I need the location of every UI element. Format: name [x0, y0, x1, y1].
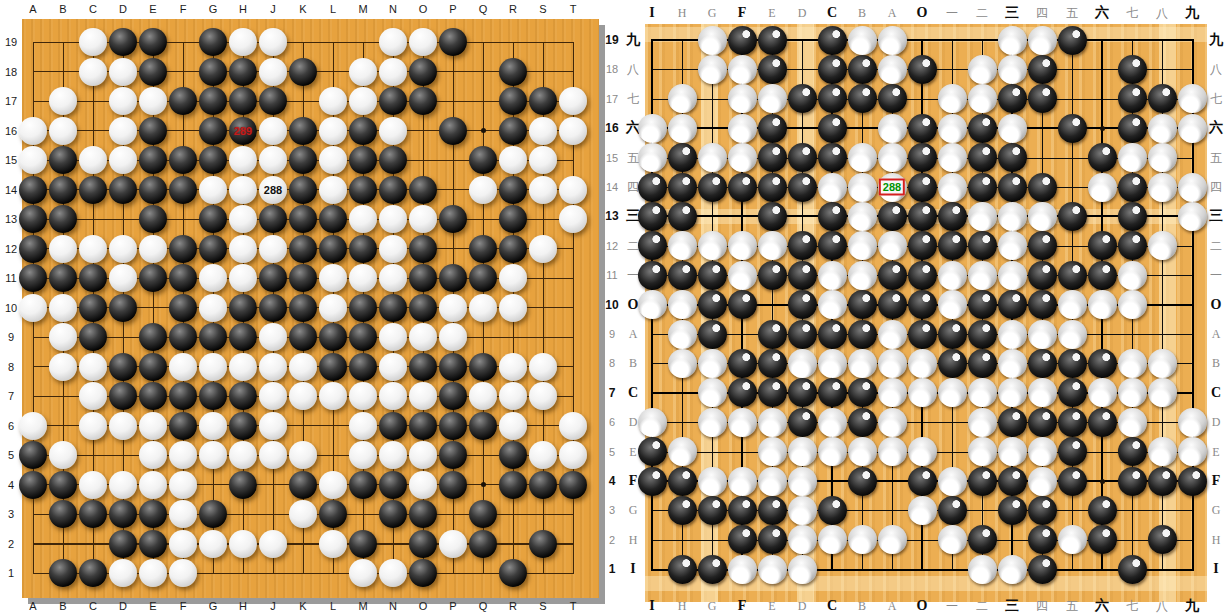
left-board-top-coordinate: A — [29, 4, 36, 15]
right-board-top-coordinate: 七 — [1126, 7, 1138, 19]
right-board-white-stone — [1028, 467, 1057, 496]
left-board-black-stone — [289, 323, 317, 351]
left-board-white-stone — [169, 530, 197, 558]
right-board-black-stone — [638, 467, 667, 496]
right-board-white-stone — [698, 26, 727, 55]
right-board-bottom-coordinate: B — [858, 600, 866, 612]
right-board-black-stone — [968, 173, 997, 202]
right-board-white-stone — [1088, 290, 1117, 319]
left-board-row-coordinate: 1 — [8, 568, 14, 579]
left-board-white-stone — [319, 264, 347, 292]
left-board-black-stone — [319, 205, 347, 233]
left-board-white-stone — [379, 353, 407, 381]
left-board-black-stone — [349, 323, 377, 351]
right-board-right-cjk-coordinate: 八 — [1210, 63, 1222, 75]
left-board-black-stone — [139, 264, 167, 292]
right-board-black-stone — [818, 26, 847, 55]
right-board-black-stone — [1088, 261, 1117, 290]
left-board-black-stone — [499, 559, 527, 587]
left-board-white-stone — [529, 235, 557, 263]
right-board-white-stone — [1058, 290, 1087, 319]
left-board-row-coordinate: 17 — [5, 96, 17, 107]
right-board-white-stone — [1118, 349, 1147, 378]
right-board-left-cjk-coordinate: 七 — [627, 93, 639, 105]
left-board-black-stone — [199, 117, 227, 145]
right-board-white-stone — [968, 84, 997, 113]
left-board-white-stone — [379, 559, 407, 587]
left-board-black-stone — [559, 471, 587, 499]
right-board-black-stone — [668, 496, 697, 525]
left-board-black-stone — [229, 382, 257, 410]
left-board-white-stone — [289, 441, 317, 469]
right-board-left-number: 9 — [609, 329, 615, 340]
left-board-white-stone — [229, 353, 257, 381]
right-board-black-stone — [818, 231, 847, 260]
right-board-white-stone — [1118, 408, 1147, 437]
right-board-white-stone — [998, 261, 1027, 290]
right-board-black-stone — [758, 378, 787, 407]
left-board-black-stone — [169, 412, 197, 440]
right-board-white-stone — [938, 525, 967, 554]
left-board-black-stone — [439, 353, 467, 381]
right-board-top-coordinate: D — [798, 7, 807, 19]
left-board-white-stone — [49, 235, 77, 263]
right-board-white-stone — [668, 231, 697, 260]
right-board-black-stone — [1028, 349, 1057, 378]
left-board-white-stone — [229, 441, 257, 469]
left-board-white-stone — [439, 294, 467, 322]
left-board-bottom-coordinate: J — [270, 601, 276, 612]
right-board-black-stone — [908, 114, 937, 143]
right-board-black-stone — [788, 173, 817, 202]
right-board-black-stone — [908, 143, 937, 172]
left-board-white-stone — [139, 471, 167, 499]
left-board-white-stone — [319, 87, 347, 115]
left-board-bottom-coordinate: S — [539, 601, 546, 612]
left-board-black-stone — [469, 353, 497, 381]
right-board-bottom-coordinate: H — [678, 600, 687, 612]
right-board-black-stone — [1118, 437, 1147, 466]
left-board-black-stone — [139, 146, 167, 174]
right-board-left-number: 14 — [606, 182, 618, 193]
right-board-white-stone — [1088, 378, 1117, 407]
right-board-left-number: 6 — [609, 417, 615, 428]
left-board-black-stone — [499, 176, 527, 204]
right-board-black-stone — [1058, 261, 1087, 290]
right-board-left-cjk-coordinate: O — [628, 298, 639, 312]
left-board-white-stone — [259, 235, 287, 263]
right-board-white-stone — [668, 114, 697, 143]
right-board-white-stone — [1118, 143, 1147, 172]
left-board-black-stone — [289, 205, 317, 233]
left-board-black-stone — [439, 412, 467, 440]
right-board-right-cjk-coordinate: C — [1211, 386, 1221, 400]
right-board-black-stone — [908, 320, 937, 349]
right-board-black-stone — [1118, 467, 1147, 496]
right-board-white-stone — [1178, 84, 1207, 113]
left-board-black-stone — [319, 235, 347, 263]
left-board-black-stone — [229, 294, 257, 322]
left-board-black-stone — [199, 382, 227, 410]
left-board-black-stone — [469, 500, 497, 528]
right-board-right-cjk-coordinate: 五 — [1210, 152, 1222, 164]
left-board-black-stone — [169, 382, 197, 410]
right-board-white-stone — [1118, 261, 1147, 290]
left-board-black-stone — [229, 412, 257, 440]
left-board-white-stone — [49, 353, 77, 381]
left-board-bottom-coordinate: P — [449, 601, 456, 612]
left-board-top-coordinate: E — [149, 4, 156, 15]
left-board-black-stone — [379, 412, 407, 440]
right-board-left-number: 10 — [605, 299, 618, 311]
left-board-white-stone — [139, 559, 167, 587]
left-board-black-stone — [139, 382, 167, 410]
right-board-bottom-coordinate: D — [798, 600, 807, 612]
right-board-black-stone — [1028, 525, 1057, 554]
right-board-white-stone — [758, 231, 787, 260]
right-board-black-stone — [788, 261, 817, 290]
right-board-white-stone — [938, 290, 967, 319]
left-board-white-stone — [439, 323, 467, 351]
right-board-bottom-coordinate: 一 — [946, 600, 958, 612]
left-board-black-stone — [349, 176, 377, 204]
left-board-bottom-coordinate: A — [29, 601, 36, 612]
left-board-white-stone — [349, 412, 377, 440]
right-board-black-stone — [1058, 26, 1087, 55]
right-board-top-coordinate: E — [768, 7, 775, 19]
right-board-black-stone — [698, 173, 727, 202]
left-board-white-stone — [229, 530, 257, 558]
right-board-bottom-coordinate: 九 — [1185, 599, 1199, 613]
left-board-black-stone — [349, 235, 377, 263]
left-board-bottom-coordinate: B — [59, 601, 66, 612]
right-board-black-stone — [818, 202, 847, 231]
right-board-left-number: 8 — [609, 358, 615, 369]
right-board-black-stone — [848, 408, 877, 437]
left-board-black-stone — [259, 205, 287, 233]
right-board-black-stone — [818, 496, 847, 525]
right-board-black-stone — [1028, 261, 1057, 290]
right-board-black-stone — [638, 173, 667, 202]
left-board-black-stone — [409, 353, 437, 381]
right-board-black-stone — [878, 202, 907, 231]
right-board-white-stone — [848, 202, 877, 231]
left-board-bottom-coordinate: R — [509, 601, 517, 612]
left-board-white-stone — [559, 412, 587, 440]
left-board-white-stone — [499, 146, 527, 174]
left-board-top-coordinate: H — [239, 4, 247, 15]
left-board-white-stone — [379, 235, 407, 263]
left-board-row-coordinate: 4 — [8, 479, 14, 490]
right-board-left-cjk-coordinate: E — [629, 446, 636, 458]
right-board-black-stone — [758, 55, 787, 84]
left-board-top-coordinate: R — [509, 4, 517, 15]
screenshot-stage: AABBCCDDEEFFGGHHJJKKLLMMNNOOPPQQRRSSTT19… — [0, 0, 1224, 615]
left-board-white-stone — [109, 146, 137, 174]
right-board-white-stone — [788, 525, 817, 554]
right-board-black-stone — [788, 290, 817, 319]
left-board-black-stone — [49, 264, 77, 292]
left-board-black-stone — [409, 530, 437, 558]
right-board-left-cjk-coordinate: B — [629, 357, 637, 369]
left-board-white-stone — [79, 28, 107, 56]
left-board-row-coordinate: 13 — [5, 214, 17, 225]
right-board-white-stone — [728, 143, 757, 172]
left-board-black-stone — [469, 146, 497, 174]
left-board-black-stone — [349, 294, 377, 322]
left-board-white-stone — [499, 412, 527, 440]
right-board-black-stone — [1028, 173, 1057, 202]
left-board-white-stone — [19, 146, 47, 174]
right-board-black-stone — [1118, 202, 1147, 231]
right-board-white-stone — [728, 555, 757, 584]
right-board-black-stone — [728, 349, 757, 378]
right-board-white-stone — [1058, 320, 1087, 349]
left-board-black-stone — [439, 264, 467, 292]
right-board-black-stone — [1058, 202, 1087, 231]
right-board-left-number: 5 — [609, 446, 615, 457]
left-board-white-stone — [319, 530, 347, 558]
right-board-white-stone — [728, 114, 757, 143]
left-board-black-stone — [49, 205, 77, 233]
left-board-black-stone — [379, 146, 407, 174]
left-board-white-stone — [559, 87, 587, 115]
left-board-row-coordinate: 2 — [8, 538, 14, 549]
right-board-white-stone — [728, 408, 757, 437]
left-board-black-stone — [229, 58, 257, 86]
left-board-top-coordinate: O — [419, 4, 428, 15]
left-board-white-stone — [559, 117, 587, 145]
left-board-hoshi-point — [481, 482, 486, 487]
right-board-right-cjk-coordinate: F — [1212, 474, 1221, 488]
left-board-row-coordinate: 11 — [5, 273, 16, 284]
left-board-white-stone — [199, 264, 227, 292]
right-board-black-stone — [968, 349, 997, 378]
left-board-black-stone — [139, 500, 167, 528]
left-board-white-stone — [259, 530, 287, 558]
right-board-top-coordinate: O — [917, 6, 928, 20]
left-board-bottom-coordinate: K — [299, 601, 306, 612]
left-board-black-stone — [199, 28, 227, 56]
right-board-left-cjk-coordinate: F — [629, 474, 638, 488]
right-board-right-cjk-coordinate: O — [1211, 298, 1222, 312]
right-board-black-stone — [908, 261, 937, 290]
left-board-white-stone — [319, 146, 347, 174]
left-board-row-coordinate: 3 — [8, 509, 14, 520]
left-board-black-stone — [109, 294, 137, 322]
left-board-top-coordinate: K — [299, 4, 306, 15]
left-board-move-number-288: 288 — [264, 184, 282, 195]
left-board-black-stone — [499, 471, 527, 499]
right-board-black-stone — [1088, 408, 1117, 437]
left-board-white-stone — [349, 441, 377, 469]
right-board-black-stone — [1088, 496, 1117, 525]
left-board-white-stone — [259, 117, 287, 145]
left-board-black-stone — [79, 500, 107, 528]
right-board-black-stone — [668, 467, 697, 496]
left-board-black-stone — [379, 471, 407, 499]
right-board-black-stone — [1028, 408, 1057, 437]
right-board-left-number: 1 — [609, 563, 616, 575]
right-board-white-stone — [728, 231, 757, 260]
right-board-black-stone — [1148, 467, 1177, 496]
right-board-black-stone — [998, 143, 1027, 172]
left-board-white-stone — [199, 412, 227, 440]
right-board-black-stone — [728, 378, 757, 407]
right-board-white-stone — [848, 525, 877, 554]
left-board-black-stone — [259, 264, 287, 292]
right-board-white-stone — [788, 555, 817, 584]
right-board-white-stone — [1148, 173, 1177, 202]
right-board-bottom-coordinate: A — [888, 600, 897, 612]
right-board-white-stone — [968, 408, 997, 437]
right-board-black-stone — [1088, 525, 1117, 554]
left-board-black-stone — [109, 176, 137, 204]
right-board-white-stone — [758, 84, 787, 113]
left-board-black-stone — [319, 500, 347, 528]
left-board-black-stone — [139, 353, 167, 381]
right-board-black-stone — [758, 114, 787, 143]
right-board-white-stone — [938, 467, 967, 496]
right-board-white-stone — [938, 143, 967, 172]
right-board-bottom-coordinate: F — [738, 599, 747, 613]
right-board-white-stone — [968, 437, 997, 466]
right-board-white-stone — [1028, 202, 1057, 231]
left-board-white-stone — [409, 471, 437, 499]
right-board-black-stone — [908, 231, 937, 260]
right-board-white-stone — [908, 496, 937, 525]
right-board-last-move-marker: 288 — [879, 179, 905, 196]
right-board-black-stone — [848, 467, 877, 496]
right-board-black-stone — [998, 290, 1027, 319]
right-board-white-stone — [818, 525, 847, 554]
left-board-white-stone — [529, 353, 557, 381]
left-board-white-stone — [469, 382, 497, 410]
right-board-black-stone — [818, 378, 847, 407]
left-board-white-stone — [259, 441, 287, 469]
right-board-black-stone — [1118, 555, 1147, 584]
left-board-black-stone — [439, 441, 467, 469]
right-board-black-stone — [1118, 114, 1147, 143]
right-board-black-stone — [848, 290, 877, 319]
right-board-left-number: 11 — [606, 270, 617, 281]
right-board-black-stone — [1028, 290, 1057, 319]
right-board-black-stone — [998, 467, 1027, 496]
left-board-black-stone — [379, 87, 407, 115]
right-board-left-cjk-coordinate: A — [629, 328, 638, 340]
left-board-white-stone — [559, 205, 587, 233]
left-board-black-stone — [229, 323, 257, 351]
left-board-white-stone — [139, 87, 167, 115]
left-board-white-stone — [79, 353, 107, 381]
right-board-top-coordinate: G — [708, 7, 717, 19]
left-board-white-stone — [79, 382, 107, 410]
left-board-white-stone — [169, 353, 197, 381]
left-board-black-stone — [349, 353, 377, 381]
left-board-black-stone — [79, 559, 107, 587]
right-board-black-stone — [668, 261, 697, 290]
right-board-black-stone — [668, 143, 697, 172]
right-board-right-cjk-coordinate: 九 — [1209, 33, 1223, 47]
left-board-white-stone — [229, 235, 257, 263]
right-board-white-stone — [1028, 437, 1057, 466]
right-board-black-stone — [968, 320, 997, 349]
right-board-right-cjk-coordinate: 一 — [1210, 269, 1222, 281]
left-board-black-stone — [469, 235, 497, 263]
left-board-black-stone — [499, 441, 527, 469]
left-board-bottom-coordinate: H — [239, 601, 247, 612]
left-board-white-stone — [259, 146, 287, 174]
right-board-black-stone — [698, 555, 727, 584]
right-board-white-stone — [1148, 378, 1177, 407]
right-board-hoshi-point — [1100, 126, 1105, 131]
right-board-right-cjk-coordinate: E — [1212, 446, 1219, 458]
right-board-white-stone — [788, 349, 817, 378]
left-board-white-stone — [409, 441, 437, 469]
right-board-black-stone — [788, 320, 817, 349]
right-board-black-stone — [1088, 349, 1117, 378]
left-board-bottom-coordinate: N — [389, 601, 397, 612]
right-board-white-stone — [878, 320, 907, 349]
left-board-white-stone — [49, 441, 77, 469]
right-board-black-stone — [908, 55, 937, 84]
right-board-black-stone — [1058, 349, 1087, 378]
left-board-row-coordinate: 10 — [5, 302, 17, 313]
right-board-white-stone — [878, 143, 907, 172]
right-board-black-stone — [788, 231, 817, 260]
left-board-black-stone — [409, 235, 437, 263]
left-board-black-stone — [469, 264, 497, 292]
right-board-black-stone — [908, 173, 937, 202]
left-board-white-stone — [319, 294, 347, 322]
right-board-white-stone — [728, 467, 757, 496]
left-board-white-stone — [169, 471, 197, 499]
left-board-black-stone — [229, 471, 257, 499]
right-board-white-stone — [698, 231, 727, 260]
left-board-top-coordinate: T — [570, 4, 577, 15]
right-board-black-stone — [968, 290, 997, 319]
right-board-white-stone — [998, 55, 1027, 84]
right-board-bottom-coordinate: I — [649, 599, 654, 613]
left-board-white-stone — [49, 87, 77, 115]
right-board-black-stone — [998, 84, 1027, 113]
left-board-white-stone — [559, 176, 587, 204]
right-board-white-stone — [998, 26, 1027, 55]
left-board-black-stone — [199, 87, 227, 115]
right-board-top-coordinate: B — [858, 7, 866, 19]
left-board-black-stone — [109, 382, 137, 410]
right-board-white-stone — [728, 84, 757, 113]
right-board-right-cjk-coordinate: I — [1213, 562, 1218, 576]
left-board-white-stone — [169, 441, 197, 469]
right-board-black-stone — [998, 173, 1027, 202]
left-board-black-stone — [229, 87, 257, 115]
right-board-white-stone — [878, 26, 907, 55]
right-board-bottom-coordinate: E — [768, 600, 775, 612]
right-board-white-stone — [848, 261, 877, 290]
right-board-white-stone — [788, 437, 817, 466]
right-board-white-stone — [698, 378, 727, 407]
right-board-white-stone — [878, 378, 907, 407]
right-board-black-stone — [1148, 525, 1177, 554]
right-board-white-stone — [1028, 320, 1057, 349]
left-board-black-stone — [19, 176, 47, 204]
right-board-white-stone — [758, 555, 787, 584]
left-board-black-stone — [289, 117, 317, 145]
left-board-black-stone — [109, 353, 137, 381]
left-board-black-stone — [409, 559, 437, 587]
right-board-top-coordinate: 二 — [976, 7, 988, 19]
